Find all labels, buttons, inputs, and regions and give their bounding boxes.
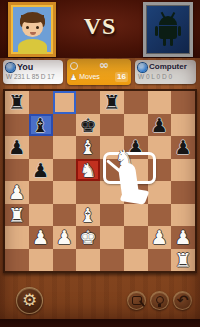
square-b1[interactable] — [29, 249, 53, 272]
square-g6[interactable] — [148, 136, 172, 159]
square-e8[interactable]: ♜ — [100, 91, 124, 114]
boy-avatar-shirt — [18, 39, 47, 55]
moves-label: Moves — [79, 72, 100, 82]
square-g1[interactable] — [148, 249, 172, 272]
square-f5[interactable] — [124, 159, 148, 182]
white-rook[interactable]: ♜ — [175, 249, 192, 271]
player-info-row: You W 231 L 85 D 17 ∞ ♟ Moves 16 Compute… — [0, 58, 200, 85]
square-e1[interactable] — [100, 249, 124, 272]
black-bishop[interactable]: ♝ — [32, 114, 49, 136]
square-c7[interactable] — [53, 114, 77, 137]
white-bishop[interactable]: ♝ — [80, 136, 97, 158]
chess-board[interactable]: ♜♜♝♚♟♟♝♟♟♟♞♟♜♝♟♟♚♟♟♜ — [5, 91, 195, 271]
square-e4[interactable] — [100, 181, 124, 204]
square-d2[interactable]: ♚ — [76, 226, 100, 249]
settings-button[interactable]: ⚙ — [16, 287, 43, 314]
black-pawn[interactable]: ♟ — [151, 114, 168, 136]
black-king[interactable]: ♚ — [80, 114, 97, 136]
white-pawn[interactable]: ♟ — [8, 181, 25, 203]
pawn-icon: ♟ — [70, 73, 77, 82]
black-pawn[interactable]: ♟ — [127, 136, 144, 158]
square-f1[interactable] — [124, 249, 148, 272]
square-a6[interactable]: ♟ — [5, 136, 29, 159]
square-e5[interactable] — [100, 159, 124, 182]
bottom-strip — [0, 319, 200, 327]
square-d8[interactable] — [76, 91, 100, 114]
square-c5[interactable] — [53, 159, 77, 182]
square-d4[interactable] — [76, 181, 100, 204]
preview-move-button[interactable] — [127, 291, 146, 310]
square-f6[interactable]: ♟ — [124, 136, 148, 159]
clock-icon — [6, 63, 15, 72]
computer-record: W 0 L 0 D 0 — [138, 73, 193, 80]
game-area: You W 231 L 85 D 17 ∞ ♟ Moves 16 Compute… — [0, 58, 200, 319]
square-b6[interactable] — [29, 136, 53, 159]
black-rook[interactable]: ♜ — [103, 91, 120, 113]
timer-icon — [70, 62, 78, 70]
hint-button[interactable] — [150, 291, 169, 310]
square-a8[interactable]: ♜ — [5, 91, 29, 114]
undo-button[interactable]: ↶ — [173, 291, 192, 310]
square-g2[interactable]: ♟ — [148, 226, 172, 249]
square-b7[interactable]: ♝ — [29, 114, 53, 137]
computer-avatar — [143, 2, 193, 57]
square-b2[interactable]: ♟ — [29, 226, 53, 249]
square-d1[interactable] — [76, 249, 100, 272]
square-a7[interactable] — [5, 114, 29, 137]
toolbar-right-group: ↶ — [127, 291, 192, 310]
square-b4[interactable] — [29, 181, 53, 204]
square-h4[interactable] — [171, 181, 195, 204]
square-e2[interactable] — [100, 226, 124, 249]
square-a1[interactable] — [5, 249, 29, 272]
square-h6[interactable]: ♟ — [171, 136, 195, 159]
undo-arrow-icon: ↶ — [177, 293, 189, 307]
you-record: W 231 L 85 D 17 — [6, 73, 60, 80]
square-f7[interactable] — [124, 114, 148, 137]
square-g5[interactable] — [148, 159, 172, 182]
square-c2[interactable]: ♟ — [53, 226, 77, 249]
square-h3[interactable] — [171, 204, 195, 227]
square-a2[interactable] — [5, 226, 29, 249]
square-f3[interactable] — [124, 204, 148, 227]
match-header: VS — [0, 0, 200, 58]
square-g4[interactable] — [148, 181, 172, 204]
bottom-toolbar: ⚙ ↶ — [16, 286, 192, 314]
square-b8[interactable] — [29, 91, 53, 114]
chess-board-frame: ♜♜♝♚♟♟♝♟♟♟♞♟♜♝♟♟♚♟♟♜ ♞ — [3, 89, 197, 273]
square-d5[interactable]: ♞ — [76, 159, 100, 182]
black-rook[interactable]: ♜ — [8, 91, 25, 113]
square-f2[interactable] — [124, 226, 148, 249]
square-g7[interactable]: ♟ — [148, 114, 172, 137]
black-pawn[interactable]: ♟ — [32, 159, 49, 181]
square-d3[interactable]: ♝ — [76, 204, 100, 227]
square-g8[interactable] — [148, 91, 172, 114]
square-a5[interactable] — [5, 159, 29, 182]
square-c6[interactable] — [53, 136, 77, 159]
square-e3[interactable] — [100, 204, 124, 227]
white-bishop[interactable]: ♝ — [80, 204, 97, 226]
you-name: You — [17, 62, 33, 72]
white-pawn[interactable]: ♟ — [175, 226, 192, 248]
board-hand-icon — [132, 296, 142, 305]
white-pawn[interactable]: ♟ — [151, 226, 168, 248]
square-d6[interactable]: ♝ — [76, 136, 100, 159]
square-a4[interactable]: ♟ — [5, 181, 29, 204]
black-pawn[interactable]: ♟ — [175, 136, 192, 158]
white-rook[interactable]: ♜ — [8, 204, 25, 226]
clock-icon — [138, 63, 147, 72]
unlimited-time-value: ∞ — [99, 61, 109, 70]
square-b3[interactable] — [29, 204, 53, 227]
white-knight[interactable]: ♞ — [80, 159, 97, 181]
square-d7[interactable]: ♚ — [76, 114, 100, 137]
computer-info-bar: Computer W 0 L 0 D 0 — [135, 60, 196, 84]
gear-icon: ⚙ — [22, 292, 37, 309]
square-h2[interactable]: ♟ — [171, 226, 195, 249]
white-pawn[interactable]: ♟ — [56, 226, 73, 248]
square-e7[interactable] — [100, 114, 124, 137]
black-pawn[interactable]: ♟ — [8, 136, 25, 158]
square-c1[interactable] — [53, 249, 77, 272]
square-h7[interactable] — [171, 114, 195, 137]
moves-count: 16 — [115, 72, 128, 82]
square-h5[interactable] — [171, 159, 195, 182]
white-king[interactable]: ♚ — [80, 226, 97, 248]
square-g3[interactable] — [148, 204, 172, 227]
white-pawn[interactable]: ♟ — [32, 226, 49, 248]
square-h8[interactable] — [171, 91, 195, 114]
game-status-bar: ∞ ♟ Moves 16 — [67, 59, 131, 85]
you-info-bar: You W 231 L 85 D 17 — [3, 60, 63, 84]
square-f4[interactable] — [124, 181, 148, 204]
square-e6[interactable] — [100, 136, 124, 159]
square-c4[interactable] — [53, 181, 77, 204]
square-f8[interactable] — [124, 91, 148, 114]
square-c3[interactable] — [53, 204, 77, 227]
square-c8[interactable] — [53, 91, 77, 114]
square-h1[interactable]: ♜ — [171, 249, 195, 272]
square-a3[interactable]: ♜ — [5, 204, 29, 227]
square-b5[interactable]: ♟ — [29, 159, 53, 182]
computer-name: Computer — [149, 62, 187, 72]
lightbulb-icon — [156, 296, 164, 304]
android-icon — [155, 13, 181, 47]
